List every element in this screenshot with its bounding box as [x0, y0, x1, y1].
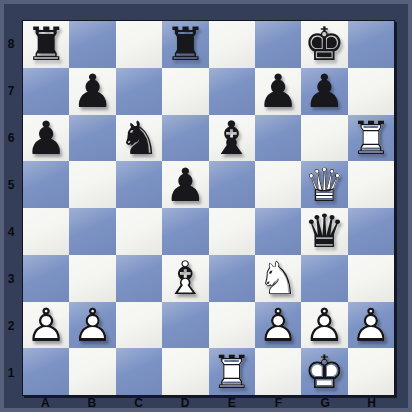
black-bishop-glyph: ♝	[211, 115, 252, 161]
square-e2[interactable]	[209, 302, 255, 349]
square-g6[interactable]	[301, 115, 347, 162]
white-king-outline: ♔	[304, 349, 345, 395]
square-b5[interactable]	[69, 161, 115, 208]
square-b6[interactable]	[69, 115, 115, 162]
white-queen[interactable]: ♛♕	[301, 161, 347, 208]
square-a6[interactable]: ♟	[23, 115, 69, 162]
square-c1[interactable]	[116, 348, 162, 395]
square-b8[interactable]	[69, 21, 115, 68]
square-f7[interactable]: ♟	[255, 68, 301, 115]
white-bishop-outline: ♗	[165, 255, 206, 301]
square-a4[interactable]	[23, 208, 69, 255]
square-e4[interactable]	[209, 208, 255, 255]
black-queen-glyph: ♛	[304, 208, 345, 254]
square-b4[interactable]	[69, 208, 115, 255]
square-h8[interactable]	[348, 21, 394, 68]
square-f1[interactable]	[255, 348, 301, 395]
black-rook-glyph: ♜	[26, 21, 67, 67]
square-h2[interactable]: ♟♙	[348, 302, 394, 349]
square-g1[interactable]: ♚♔	[301, 348, 347, 395]
black-king-glyph: ♚	[304, 21, 345, 67]
square-a1[interactable]	[23, 348, 69, 395]
black-pawn[interactable]: ♟	[23, 115, 69, 162]
black-bishop[interactable]: ♝	[209, 115, 255, 162]
square-g3[interactable]	[301, 255, 347, 302]
black-rook[interactable]: ♜	[162, 21, 208, 68]
white-rook[interactable]: ♜♖	[348, 115, 394, 162]
square-h6[interactable]: ♜♖	[348, 115, 394, 162]
white-pawn[interactable]: ♟♙	[255, 302, 301, 349]
square-f6[interactable]	[255, 115, 301, 162]
black-king[interactable]: ♚	[301, 21, 347, 68]
file-label-d: D	[162, 396, 209, 410]
rank-label-1: 1	[0, 349, 22, 396]
rank-label-8: 8	[0, 20, 22, 67]
rank-label-3: 3	[0, 255, 22, 302]
square-d8[interactable]: ♜	[162, 21, 208, 68]
square-d3[interactable]: ♝♗	[162, 255, 208, 302]
square-c3[interactable]	[116, 255, 162, 302]
square-e1[interactable]: ♜♖	[209, 348, 255, 395]
black-pawn-glyph: ♟	[304, 68, 345, 114]
rank-label-4: 4	[0, 208, 22, 255]
file-label-h: H	[348, 396, 395, 410]
square-d1[interactable]	[162, 348, 208, 395]
square-e6[interactable]: ♝	[209, 115, 255, 162]
black-knight[interactable]: ♞	[116, 115, 162, 162]
square-c5[interactable]	[116, 161, 162, 208]
square-f8[interactable]	[255, 21, 301, 68]
black-pawn[interactable]: ♟	[301, 68, 347, 115]
black-rook[interactable]: ♜	[23, 21, 69, 68]
file-label-a: A	[22, 396, 69, 410]
white-pawn-outline: ♙	[257, 302, 298, 348]
file-label-f: F	[255, 396, 302, 410]
white-pawn[interactable]: ♟♙	[69, 302, 115, 349]
square-e3[interactable]	[209, 255, 255, 302]
rank-label-2: 2	[0, 302, 22, 349]
rank-label-6: 6	[0, 114, 22, 161]
white-pawn[interactable]: ♟♙	[23, 302, 69, 349]
white-pawn-outline: ♙	[72, 302, 113, 348]
black-pawn[interactable]: ♟	[162, 161, 208, 208]
square-d2[interactable]	[162, 302, 208, 349]
square-b7[interactable]: ♟	[69, 68, 115, 115]
rank-labels: 87654321	[0, 20, 22, 396]
square-d7[interactable]	[162, 68, 208, 115]
square-a8[interactable]: ♜	[23, 21, 69, 68]
white-pawn[interactable]: ♟♙	[348, 302, 394, 349]
square-a5[interactable]	[23, 161, 69, 208]
black-queen[interactable]: ♛	[301, 208, 347, 255]
chessboard: ♜♜♚♟♟♟♟♞♝♜♖♟♛♕♛♝♗♞♘♟♙♟♙♟♙♟♙♟♙♜♖♚♔	[22, 20, 395, 396]
square-g5[interactable]: ♛♕	[301, 161, 347, 208]
white-rook[interactable]: ♜♖	[209, 348, 255, 395]
rank-label-5: 5	[0, 161, 22, 208]
square-f5[interactable]	[255, 161, 301, 208]
square-g7[interactable]: ♟	[301, 68, 347, 115]
square-g8[interactable]: ♚	[301, 21, 347, 68]
square-a3[interactable]	[23, 255, 69, 302]
square-d4[interactable]	[162, 208, 208, 255]
white-king[interactable]: ♚♔	[301, 348, 347, 395]
square-h4[interactable]	[348, 208, 394, 255]
black-pawn-glyph: ♟	[257, 68, 298, 114]
square-h1[interactable]	[348, 348, 394, 395]
square-e5[interactable]	[209, 161, 255, 208]
square-c8[interactable]	[116, 21, 162, 68]
square-g2[interactable]: ♟♙	[301, 302, 347, 349]
square-h5[interactable]	[348, 161, 394, 208]
square-b3[interactable]	[69, 255, 115, 302]
black-pawn-glyph: ♟	[72, 68, 113, 114]
white-pawn-outline: ♙	[26, 302, 67, 348]
square-c7[interactable]	[116, 68, 162, 115]
white-knight[interactable]: ♞♘	[255, 255, 301, 302]
square-b2[interactable]: ♟♙	[69, 302, 115, 349]
rank-label-7: 7	[0, 67, 22, 114]
white-pawn-outline: ♙	[304, 302, 345, 348]
white-queen-outline: ♕	[304, 162, 345, 208]
square-e7[interactable]	[209, 68, 255, 115]
black-pawn-glyph: ♟	[26, 115, 67, 161]
square-c2[interactable]	[116, 302, 162, 349]
square-f3[interactable]: ♞♘	[255, 255, 301, 302]
square-g4[interactable]: ♛	[301, 208, 347, 255]
white-pawn[interactable]: ♟♙	[301, 302, 347, 349]
square-f4[interactable]	[255, 208, 301, 255]
black-pawn-glyph: ♟	[165, 162, 206, 208]
square-a7[interactable]	[23, 68, 69, 115]
file-label-c: C	[115, 396, 162, 410]
white-rook-outline: ♖	[350, 115, 391, 161]
square-d5[interactable]: ♟	[162, 161, 208, 208]
file-label-b: B	[69, 396, 116, 410]
white-knight-outline: ♘	[257, 255, 298, 301]
chessboard-frame: 87654321 ♜♜♚♟♟♟♟♞♝♜♖♟♛♕♛♝♗♞♘♟♙♟♙♟♙♟♙♟♙♜♖…	[0, 0, 412, 412]
square-e8[interactable]	[209, 21, 255, 68]
square-h3[interactable]	[348, 255, 394, 302]
square-d6[interactable]	[162, 115, 208, 162]
square-b1[interactable]	[69, 348, 115, 395]
white-pawn-outline: ♙	[350, 302, 391, 348]
square-c6[interactable]: ♞	[116, 115, 162, 162]
black-knight-glyph: ♞	[118, 115, 159, 161]
white-rook-outline: ♖	[211, 349, 252, 395]
black-pawn[interactable]: ♟	[255, 68, 301, 115]
black-rook-glyph: ♜	[165, 21, 206, 67]
square-c4[interactable]	[116, 208, 162, 255]
square-a2[interactable]: ♟♙	[23, 302, 69, 349]
square-f2[interactable]: ♟♙	[255, 302, 301, 349]
white-bishop[interactable]: ♝♗	[162, 255, 208, 302]
square-h7[interactable]	[348, 68, 394, 115]
black-pawn[interactable]: ♟	[69, 68, 115, 115]
